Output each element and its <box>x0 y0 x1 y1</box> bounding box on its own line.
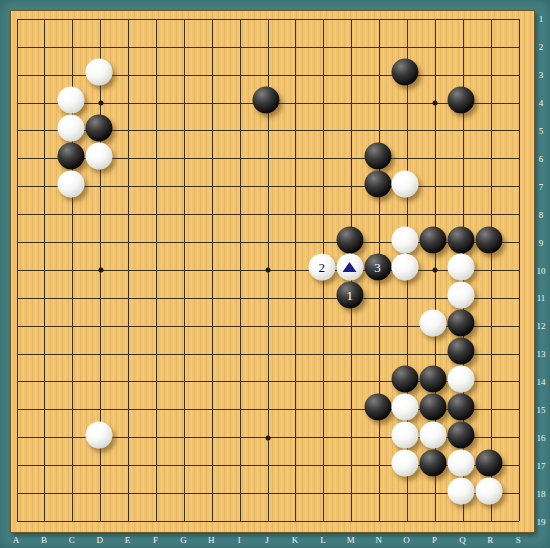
intersection-F9[interactable] <box>143 229 171 257</box>
intersection-M6[interactable] <box>338 145 366 173</box>
intersection-D13[interactable] <box>87 340 115 368</box>
intersection-A14[interactable] <box>3 368 31 396</box>
intersection-F4[interactable] <box>143 89 171 117</box>
intersection-G10[interactable] <box>170 256 198 284</box>
intersection-F12[interactable] <box>143 312 171 340</box>
intersection-L2[interactable] <box>310 33 338 61</box>
intersection-C19[interactable] <box>59 507 87 535</box>
intersection-L3[interactable] <box>310 61 338 89</box>
intersection-S4[interactable] <box>505 89 533 117</box>
intersection-C11[interactable] <box>59 284 87 312</box>
intersection-G17[interactable] <box>170 452 198 480</box>
intersection-C4[interactable] <box>59 89 87 117</box>
intersection-H19[interactable] <box>198 507 226 535</box>
intersection-O1[interactable] <box>394 5 422 33</box>
intersection-E18[interactable] <box>115 480 143 508</box>
intersection-E16[interactable] <box>115 424 143 452</box>
intersection-B4[interactable] <box>31 89 59 117</box>
intersection-H15[interactable] <box>198 396 226 424</box>
intersection-O7[interactable] <box>394 173 422 201</box>
intersection-F3[interactable] <box>143 61 171 89</box>
intersection-H16[interactable] <box>198 424 226 452</box>
intersection-K13[interactable] <box>282 340 310 368</box>
intersection-O14[interactable] <box>394 368 422 396</box>
intersection-D9[interactable] <box>87 229 115 257</box>
intersection-Q2[interactable] <box>449 33 477 61</box>
intersection-L10[interactable]: 2 <box>310 256 338 284</box>
intersection-K5[interactable] <box>282 117 310 145</box>
intersection-S2[interactable] <box>505 33 533 61</box>
intersection-F5[interactable] <box>143 117 171 145</box>
intersection-N13[interactable] <box>366 340 394 368</box>
intersection-C13[interactable] <box>59 340 87 368</box>
intersection-R16[interactable] <box>477 424 505 452</box>
intersection-D18[interactable] <box>87 480 115 508</box>
intersection-P4[interactable] <box>421 89 449 117</box>
intersection-F8[interactable] <box>143 201 171 229</box>
intersection-P16[interactable] <box>421 424 449 452</box>
intersection-O9[interactable] <box>394 229 422 257</box>
intersection-S16[interactable] <box>505 424 533 452</box>
intersection-R5[interactable] <box>477 117 505 145</box>
intersection-H3[interactable] <box>198 61 226 89</box>
intersection-E1[interactable] <box>115 5 143 33</box>
intersection-A18[interactable] <box>3 480 31 508</box>
intersection-B9[interactable] <box>31 229 59 257</box>
intersection-O15[interactable] <box>394 396 422 424</box>
intersection-Q1[interactable] <box>449 5 477 33</box>
intersection-J2[interactable] <box>254 33 282 61</box>
intersection-E3[interactable] <box>115 61 143 89</box>
intersection-J9[interactable] <box>254 229 282 257</box>
intersection-N4[interactable] <box>366 89 394 117</box>
intersection-K7[interactable] <box>282 173 310 201</box>
intersection-J6[interactable] <box>254 145 282 173</box>
intersection-O2[interactable] <box>394 33 422 61</box>
intersection-B12[interactable] <box>31 312 59 340</box>
intersection-Q19[interactable] <box>449 507 477 535</box>
intersection-E7[interactable] <box>115 173 143 201</box>
intersection-R9[interactable] <box>477 229 505 257</box>
intersection-O19[interactable] <box>394 507 422 535</box>
intersection-R2[interactable] <box>477 33 505 61</box>
intersection-H12[interactable] <box>198 312 226 340</box>
intersection-D7[interactable] <box>87 173 115 201</box>
intersection-M18[interactable] <box>338 480 366 508</box>
intersection-F17[interactable] <box>143 452 171 480</box>
intersection-J3[interactable] <box>254 61 282 89</box>
intersection-L5[interactable] <box>310 117 338 145</box>
intersection-K6[interactable] <box>282 145 310 173</box>
intersection-E4[interactable] <box>115 89 143 117</box>
intersection-G8[interactable] <box>170 201 198 229</box>
intersection-N9[interactable] <box>366 229 394 257</box>
intersection-L8[interactable] <box>310 201 338 229</box>
intersection-O13[interactable] <box>394 340 422 368</box>
intersection-S17[interactable] <box>505 452 533 480</box>
intersection-L19[interactable] <box>310 507 338 535</box>
intersection-F14[interactable] <box>143 368 171 396</box>
intersection-R1[interactable] <box>477 5 505 33</box>
intersection-H9[interactable] <box>198 229 226 257</box>
intersection-M3[interactable] <box>338 61 366 89</box>
intersection-R3[interactable] <box>477 61 505 89</box>
intersection-J8[interactable] <box>254 201 282 229</box>
intersection-A8[interactable] <box>3 201 31 229</box>
intersection-K16[interactable] <box>282 424 310 452</box>
intersection-A7[interactable] <box>3 173 31 201</box>
intersection-C12[interactable] <box>59 312 87 340</box>
intersection-H2[interactable] <box>198 33 226 61</box>
intersection-Q18[interactable] <box>449 480 477 508</box>
intersection-N15[interactable] <box>366 396 394 424</box>
intersection-C8[interactable] <box>59 201 87 229</box>
intersection-M5[interactable] <box>338 117 366 145</box>
intersection-J1[interactable] <box>254 5 282 33</box>
intersection-M4[interactable] <box>338 89 366 117</box>
intersection-S18[interactable] <box>505 480 533 508</box>
intersection-K9[interactable] <box>282 229 310 257</box>
intersection-B16[interactable] <box>31 424 59 452</box>
intersection-N12[interactable] <box>366 312 394 340</box>
intersection-Q13[interactable] <box>449 340 477 368</box>
intersection-M15[interactable] <box>338 396 366 424</box>
intersection-M11[interactable]: 1 <box>338 284 366 312</box>
intersection-Q9[interactable] <box>449 229 477 257</box>
intersection-C9[interactable] <box>59 229 87 257</box>
intersection-I1[interactable] <box>226 5 254 33</box>
intersection-F6[interactable] <box>143 145 171 173</box>
intersection-I19[interactable] <box>226 507 254 535</box>
intersection-L17[interactable] <box>310 452 338 480</box>
intersection-C7[interactable] <box>59 173 87 201</box>
intersection-B2[interactable] <box>31 33 59 61</box>
intersection-S19[interactable] <box>505 507 533 535</box>
intersection-O12[interactable] <box>394 312 422 340</box>
intersection-C2[interactable] <box>59 33 87 61</box>
intersection-I4[interactable] <box>226 89 254 117</box>
intersection-P13[interactable] <box>421 340 449 368</box>
intersection-A2[interactable] <box>3 33 31 61</box>
intersection-G16[interactable] <box>170 424 198 452</box>
intersection-I17[interactable] <box>226 452 254 480</box>
intersection-R13[interactable] <box>477 340 505 368</box>
intersection-S8[interactable] <box>505 201 533 229</box>
intersection-F16[interactable] <box>143 424 171 452</box>
intersection-C6[interactable] <box>59 145 87 173</box>
intersection-B18[interactable] <box>31 480 59 508</box>
intersection-C18[interactable] <box>59 480 87 508</box>
intersection-I10[interactable] <box>226 256 254 284</box>
intersection-Q11[interactable] <box>449 284 477 312</box>
intersection-F18[interactable] <box>143 480 171 508</box>
intersection-A3[interactable] <box>3 61 31 89</box>
intersection-N5[interactable] <box>366 117 394 145</box>
intersection-G12[interactable] <box>170 312 198 340</box>
intersection-J13[interactable] <box>254 340 282 368</box>
intersection-I15[interactable] <box>226 396 254 424</box>
intersection-R7[interactable] <box>477 173 505 201</box>
intersection-F7[interactable] <box>143 173 171 201</box>
intersection-B19[interactable] <box>31 507 59 535</box>
intersection-I7[interactable] <box>226 173 254 201</box>
intersection-N10[interactable]: 3 <box>366 256 394 284</box>
intersection-R8[interactable] <box>477 201 505 229</box>
intersection-L16[interactable] <box>310 424 338 452</box>
intersection-Q17[interactable] <box>449 452 477 480</box>
intersection-G6[interactable] <box>170 145 198 173</box>
intersection-J11[interactable] <box>254 284 282 312</box>
intersection-M9[interactable] <box>338 229 366 257</box>
intersection-P19[interactable] <box>421 507 449 535</box>
intersection-S12[interactable] <box>505 312 533 340</box>
intersection-A12[interactable] <box>3 312 31 340</box>
intersection-K18[interactable] <box>282 480 310 508</box>
intersection-J15[interactable] <box>254 396 282 424</box>
intersection-E11[interactable] <box>115 284 143 312</box>
intersection-G4[interactable] <box>170 89 198 117</box>
intersection-G7[interactable] <box>170 173 198 201</box>
intersection-Q3[interactable] <box>449 61 477 89</box>
intersection-I13[interactable] <box>226 340 254 368</box>
intersection-N18[interactable] <box>366 480 394 508</box>
intersection-P3[interactable] <box>421 61 449 89</box>
intersection-J17[interactable] <box>254 452 282 480</box>
intersection-K10[interactable] <box>282 256 310 284</box>
intersection-L6[interactable] <box>310 145 338 173</box>
intersection-J7[interactable] <box>254 173 282 201</box>
intersection-N3[interactable] <box>366 61 394 89</box>
intersection-O8[interactable] <box>394 201 422 229</box>
intersection-M7[interactable] <box>338 173 366 201</box>
intersection-E14[interactable] <box>115 368 143 396</box>
intersection-N11[interactable] <box>366 284 394 312</box>
intersection-H5[interactable] <box>198 117 226 145</box>
intersection-Q15[interactable] <box>449 396 477 424</box>
intersection-G2[interactable] <box>170 33 198 61</box>
intersection-D2[interactable] <box>87 33 115 61</box>
intersection-H6[interactable] <box>198 145 226 173</box>
intersection-D8[interactable] <box>87 201 115 229</box>
intersection-R18[interactable] <box>477 480 505 508</box>
intersection-Q14[interactable] <box>449 368 477 396</box>
intersection-P5[interactable] <box>421 117 449 145</box>
intersection-J12[interactable] <box>254 312 282 340</box>
intersection-C3[interactable] <box>59 61 87 89</box>
intersection-I18[interactable] <box>226 480 254 508</box>
intersection-C17[interactable] <box>59 452 87 480</box>
intersection-I9[interactable] <box>226 229 254 257</box>
intersection-E6[interactable] <box>115 145 143 173</box>
intersection-I5[interactable] <box>226 117 254 145</box>
intersection-L12[interactable] <box>310 312 338 340</box>
intersection-Q10[interactable] <box>449 256 477 284</box>
intersection-K8[interactable] <box>282 201 310 229</box>
intersection-A16[interactable] <box>3 424 31 452</box>
intersection-Q12[interactable] <box>449 312 477 340</box>
intersection-E8[interactable] <box>115 201 143 229</box>
intersection-D14[interactable] <box>87 368 115 396</box>
intersection-E12[interactable] <box>115 312 143 340</box>
intersection-F13[interactable] <box>143 340 171 368</box>
intersection-O6[interactable] <box>394 145 422 173</box>
intersection-P12[interactable] <box>421 312 449 340</box>
intersection-G18[interactable] <box>170 480 198 508</box>
intersection-P6[interactable] <box>421 145 449 173</box>
intersection-P10[interactable] <box>421 256 449 284</box>
intersection-R11[interactable] <box>477 284 505 312</box>
intersection-Q16[interactable] <box>449 424 477 452</box>
intersection-A13[interactable] <box>3 340 31 368</box>
intersection-J5[interactable] <box>254 117 282 145</box>
intersection-H14[interactable] <box>198 368 226 396</box>
intersection-A4[interactable] <box>3 89 31 117</box>
intersection-D1[interactable] <box>87 5 115 33</box>
intersection-D15[interactable] <box>87 396 115 424</box>
intersection-J14[interactable] <box>254 368 282 396</box>
intersection-G9[interactable] <box>170 229 198 257</box>
intersection-N1[interactable] <box>366 5 394 33</box>
intersection-M8[interactable] <box>338 201 366 229</box>
intersection-G15[interactable] <box>170 396 198 424</box>
intersection-B15[interactable] <box>31 396 59 424</box>
intersection-N2[interactable] <box>366 33 394 61</box>
intersection-K14[interactable] <box>282 368 310 396</box>
intersection-F19[interactable] <box>143 507 171 535</box>
intersection-J4[interactable] <box>254 89 282 117</box>
intersection-K11[interactable] <box>282 284 310 312</box>
intersection-N16[interactable] <box>366 424 394 452</box>
intersection-S11[interactable] <box>505 284 533 312</box>
intersection-I16[interactable] <box>226 424 254 452</box>
intersection-R15[interactable] <box>477 396 505 424</box>
intersection-H4[interactable] <box>198 89 226 117</box>
intersection-E5[interactable] <box>115 117 143 145</box>
intersection-L1[interactable] <box>310 5 338 33</box>
intersection-D5[interactable] <box>87 117 115 145</box>
intersection-R12[interactable] <box>477 312 505 340</box>
intersection-G11[interactable] <box>170 284 198 312</box>
intersection-A6[interactable] <box>3 145 31 173</box>
intersection-N8[interactable] <box>366 201 394 229</box>
intersection-M10[interactable] <box>338 256 366 284</box>
intersection-G13[interactable] <box>170 340 198 368</box>
intersection-O17[interactable] <box>394 452 422 480</box>
intersection-B17[interactable] <box>31 452 59 480</box>
intersection-S13[interactable] <box>505 340 533 368</box>
intersection-D17[interactable] <box>87 452 115 480</box>
intersection-D10[interactable] <box>87 256 115 284</box>
intersection-Q4[interactable] <box>449 89 477 117</box>
intersection-M19[interactable] <box>338 507 366 535</box>
intersection-A10[interactable] <box>3 256 31 284</box>
intersection-G14[interactable] <box>170 368 198 396</box>
intersection-A11[interactable] <box>3 284 31 312</box>
intersection-K1[interactable] <box>282 5 310 33</box>
intersection-M1[interactable] <box>338 5 366 33</box>
intersection-O18[interactable] <box>394 480 422 508</box>
intersection-A9[interactable] <box>3 229 31 257</box>
intersection-B11[interactable] <box>31 284 59 312</box>
intersection-B3[interactable] <box>31 61 59 89</box>
intersection-L13[interactable] <box>310 340 338 368</box>
intersection-I3[interactable] <box>226 61 254 89</box>
intersection-L11[interactable] <box>310 284 338 312</box>
intersection-K3[interactable] <box>282 61 310 89</box>
intersection-S1[interactable] <box>505 5 533 33</box>
intersection-P17[interactable] <box>421 452 449 480</box>
intersection-Q5[interactable] <box>449 117 477 145</box>
intersection-B7[interactable] <box>31 173 59 201</box>
intersection-C10[interactable] <box>59 256 87 284</box>
intersection-H18[interactable] <box>198 480 226 508</box>
intersection-H7[interactable] <box>198 173 226 201</box>
intersection-P18[interactable] <box>421 480 449 508</box>
intersection-A15[interactable] <box>3 396 31 424</box>
intersection-K15[interactable] <box>282 396 310 424</box>
intersection-F1[interactable] <box>143 5 171 33</box>
intersection-G3[interactable] <box>170 61 198 89</box>
intersection-S6[interactable] <box>505 145 533 173</box>
intersection-G5[interactable] <box>170 117 198 145</box>
intersection-F11[interactable] <box>143 284 171 312</box>
intersection-D16[interactable] <box>87 424 115 452</box>
intersection-E2[interactable] <box>115 33 143 61</box>
intersection-S14[interactable] <box>505 368 533 396</box>
intersection-I12[interactable] <box>226 312 254 340</box>
intersection-R14[interactable] <box>477 368 505 396</box>
intersection-N14[interactable] <box>366 368 394 396</box>
intersection-K19[interactable] <box>282 507 310 535</box>
intersection-B13[interactable] <box>31 340 59 368</box>
intersection-Q6[interactable] <box>449 145 477 173</box>
intersection-A17[interactable] <box>3 452 31 480</box>
intersection-D11[interactable] <box>87 284 115 312</box>
intersection-P8[interactable] <box>421 201 449 229</box>
intersection-A1[interactable] <box>3 5 31 33</box>
intersection-O16[interactable] <box>394 424 422 452</box>
intersection-S15[interactable] <box>505 396 533 424</box>
intersection-G1[interactable] <box>170 5 198 33</box>
intersection-B5[interactable] <box>31 117 59 145</box>
intersection-M17[interactable] <box>338 452 366 480</box>
intersection-A19[interactable] <box>3 507 31 535</box>
intersection-N17[interactable] <box>366 452 394 480</box>
intersection-O11[interactable] <box>394 284 422 312</box>
intersection-P1[interactable] <box>421 5 449 33</box>
intersection-L18[interactable] <box>310 480 338 508</box>
intersection-S5[interactable] <box>505 117 533 145</box>
intersection-P15[interactable] <box>421 396 449 424</box>
intersection-D19[interactable] <box>87 507 115 535</box>
intersection-E15[interactable] <box>115 396 143 424</box>
intersection-B14[interactable] <box>31 368 59 396</box>
intersection-O5[interactable] <box>394 117 422 145</box>
intersection-H1[interactable] <box>198 5 226 33</box>
intersection-B10[interactable] <box>31 256 59 284</box>
intersection-I8[interactable] <box>226 201 254 229</box>
intersection-L9[interactable] <box>310 229 338 257</box>
intersection-L14[interactable] <box>310 368 338 396</box>
intersection-H11[interactable] <box>198 284 226 312</box>
intersection-O10[interactable] <box>394 256 422 284</box>
intersection-J19[interactable] <box>254 507 282 535</box>
intersection-O4[interactable] <box>394 89 422 117</box>
intersection-R19[interactable] <box>477 507 505 535</box>
intersection-K2[interactable] <box>282 33 310 61</box>
intersection-M13[interactable] <box>338 340 366 368</box>
intersection-E19[interactable] <box>115 507 143 535</box>
